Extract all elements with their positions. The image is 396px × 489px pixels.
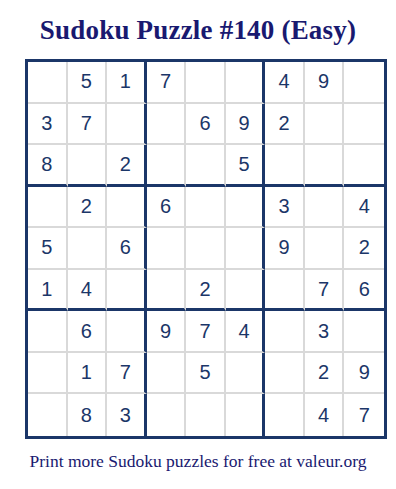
sudoku-cell-r7c7 [265,311,305,353]
sudoku-cell-r9c5 [186,394,226,436]
sudoku-cell-r5c1: 5 [28,228,68,270]
sudoku-cell-r2c4 [147,104,187,146]
sudoku-cell-r4c3 [107,187,147,229]
sudoku-cell-r3c3: 2 [107,145,147,187]
sudoku-cell-r3c1: 8 [28,145,68,187]
sudoku-cell-r2c5: 6 [186,104,226,146]
sudoku-cell-r1c9 [344,62,384,104]
sudoku-cell-r2c2: 7 [68,104,108,146]
sudoku-cell-r8c4 [147,353,187,395]
sudoku-cell-r8c3: 7 [107,353,147,395]
sudoku-cell-r1c6 [226,62,266,104]
sudoku-cell-r7c8: 3 [305,311,345,353]
sudoku-cell-r4c1 [28,187,68,229]
sudoku-cell-r1c1 [28,62,68,104]
sudoku-cell-r8c8: 2 [305,353,345,395]
sudoku-cell-r5c4 [147,228,187,270]
sudoku-cell-r3c9 [344,145,384,187]
sudoku-grid: 5174937692825263456921427669743175298347 [25,59,387,439]
sudoku-cell-r6c1: 1 [28,270,68,312]
sudoku-cell-r5c6 [226,228,266,270]
sudoku-cell-r5c2 [68,228,108,270]
sudoku-cell-r4c4: 6 [147,187,187,229]
sudoku-cell-r9c3: 3 [107,394,147,436]
sudoku-cell-r8c6 [226,353,266,395]
sudoku-cell-r8c1 [28,353,68,395]
sudoku-cell-r5c9: 2 [344,228,384,270]
sudoku-cell-r1c7: 4 [265,62,305,104]
sudoku-cell-r2c1: 3 [28,104,68,146]
sudoku-cell-r6c2: 4 [68,270,108,312]
page-title: Sudoku Puzzle #140 (Easy) [0,0,396,46]
sudoku-cell-r9c4 [147,394,187,436]
sudoku-cell-r4c5 [186,187,226,229]
sudoku-cell-r9c1 [28,394,68,436]
sudoku-cell-r7c6: 4 [226,311,266,353]
sudoku-cell-r9c7 [265,394,305,436]
sudoku-cell-r6c6 [226,270,266,312]
sudoku-cell-r9c2: 8 [68,394,108,436]
sudoku-cell-r3c4 [147,145,187,187]
sudoku-cell-r9c8: 4 [305,394,345,436]
sudoku-cell-r4c9: 4 [344,187,384,229]
sudoku-cell-r2c9 [344,104,384,146]
sudoku-cell-r7c1 [28,311,68,353]
sudoku-cell-r7c9 [344,311,384,353]
sudoku-cell-r1c5 [186,62,226,104]
sudoku-cell-r6c5: 2 [186,270,226,312]
sudoku-cell-r5c8 [305,228,345,270]
sudoku-cell-r7c5: 7 [186,311,226,353]
sudoku-cell-r3c6: 5 [226,145,266,187]
sudoku-cell-r5c7: 9 [265,228,305,270]
footer-text: Print more Sudoku puzzles for free at va… [0,439,396,472]
sudoku-cell-r7c2: 6 [68,311,108,353]
sudoku-cell-r1c8: 9 [305,62,345,104]
sudoku-cell-r4c7: 3 [265,187,305,229]
sudoku-cell-r5c3: 6 [107,228,147,270]
sudoku-cell-r4c8 [305,187,345,229]
sudoku-cell-r8c2: 1 [68,353,108,395]
sudoku-cell-r3c7 [265,145,305,187]
sudoku-cell-r2c3 [107,104,147,146]
sudoku-cell-r3c5 [186,145,226,187]
sudoku-cell-r6c9: 6 [344,270,384,312]
sudoku-cell-r7c3 [107,311,147,353]
sudoku-cell-r1c4: 7 [147,62,187,104]
grid-container: 5174937692825263456921427669743175298347 [25,59,396,439]
sudoku-cell-r5c5 [186,228,226,270]
sudoku-cell-r2c6: 9 [226,104,266,146]
sudoku-cell-r2c8 [305,104,345,146]
sudoku-cell-r9c6 [226,394,266,436]
sudoku-cell-r7c4: 9 [147,311,187,353]
sudoku-cell-r6c8: 7 [305,270,345,312]
sudoku-cell-r6c3 [107,270,147,312]
sudoku-cell-r8c5: 5 [186,353,226,395]
sudoku-cell-r9c9: 7 [344,394,384,436]
sudoku-cell-r6c7 [265,270,305,312]
sudoku-cell-r6c4 [147,270,187,312]
sudoku-cell-r4c6 [226,187,266,229]
sudoku-cell-r3c2 [68,145,108,187]
sudoku-cell-r8c7 [265,353,305,395]
sudoku-cell-r2c7: 2 [265,104,305,146]
sudoku-cell-r1c2: 5 [68,62,108,104]
sudoku-cell-r3c8 [305,145,345,187]
sudoku-cell-r1c3: 1 [107,62,147,104]
sudoku-cell-r8c9: 9 [344,353,384,395]
sudoku-cell-r4c2: 2 [68,187,108,229]
